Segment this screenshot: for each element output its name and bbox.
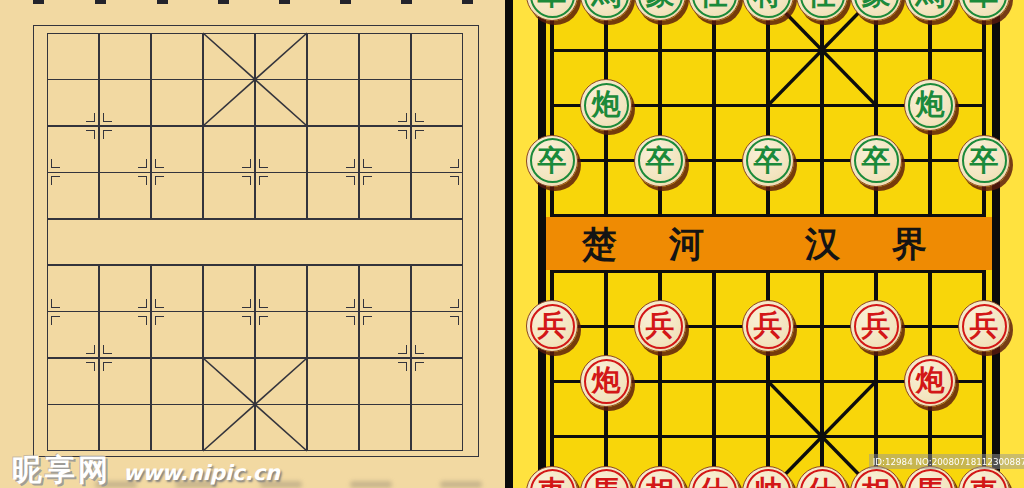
piece-glyph: 象 [635, 0, 685, 20]
piece-glyph: 象 [851, 0, 901, 20]
piece-glyph: 兵 [851, 301, 901, 351]
piece-glyph: 仕 [797, 467, 847, 488]
stock-image-canvas: 楚 河 汉 界 車馬象仕将仕象馬車炮炮卒卒卒卒卒兵兵兵兵兵炮炮車馬相仕帅仕相馬車… [0, 0, 1024, 488]
piece-glyph: 馬 [905, 0, 955, 20]
piece-glyph: 馬 [905, 467, 955, 488]
point-marker [396, 343, 426, 373]
piece-green-file1-row0[interactable]: 車 [526, 0, 578, 21]
piece-glyph: 卒 [851, 136, 901, 186]
point-marker [136, 157, 166, 187]
cropped-glyph-fragment [401, 0, 412, 4]
cropped-bottom-smudge [350, 481, 392, 488]
watermark-image-id: ID:12984 NO:20080718112300887838 [869, 454, 1024, 469]
piece-glyph: 卒 [635, 136, 685, 186]
board-line [712, 273, 716, 488]
point-marker [344, 297, 374, 327]
piece-glyph: 卒 [743, 136, 793, 186]
piece-green-file2-row0[interactable]: 馬 [580, 0, 632, 21]
point-marker [84, 343, 114, 373]
board-line [306, 264, 308, 451]
board-line [358, 33, 360, 220]
piece-glyph: 将 [743, 0, 793, 20]
piece-green-file4-row0[interactable]: 仕 [688, 0, 740, 21]
piece-red-file6-row9[interactable]: 仕 [796, 466, 848, 488]
piece-glyph: 車 [527, 467, 577, 488]
watermark-site-url: www.nipic.cn [123, 461, 280, 485]
point-marker [136, 297, 166, 327]
piece-red-file2-row7[interactable]: 炮 [580, 355, 632, 407]
board-line [254, 33, 256, 220]
piece-glyph: 帅 [743, 467, 793, 488]
piece-glyph: 兵 [635, 301, 685, 351]
piece-red-file5-row6[interactable]: 兵 [742, 300, 794, 352]
point-marker [448, 157, 478, 187]
piece-glyph: 車 [959, 467, 1009, 488]
piece-green-file7-row0[interactable]: 象 [850, 0, 902, 21]
board-line [820, 273, 824, 488]
piece-green-file3-row3[interactable]: 卒 [634, 135, 686, 187]
watermark-site-name: 昵享网 [12, 450, 111, 488]
piece-glyph: 炮 [905, 80, 955, 130]
piece-glyph: 兵 [959, 301, 1009, 351]
right-board-right-border [992, 0, 1000, 488]
cropped-glyph-fragment [33, 0, 44, 4]
piece-glyph: 兵 [527, 301, 577, 351]
piece-red-file1-row6[interactable]: 兵 [526, 300, 578, 352]
piece-glyph: 仕 [689, 0, 739, 20]
piece-red-file8-row7[interactable]: 炮 [904, 355, 956, 407]
point-marker [240, 157, 270, 187]
board-line [202, 264, 204, 451]
board-line [820, 0, 824, 214]
panel-divider [505, 0, 513, 488]
piece-glyph: 卒 [527, 136, 577, 186]
watermark-nipic: 昵享网 www.nipic.cn [12, 450, 280, 488]
piece-red-file2-row9[interactable]: 馬 [580, 466, 632, 488]
cropped-bottom-smudge [440, 481, 482, 488]
piece-glyph: 兵 [743, 301, 793, 351]
point-marker [396, 111, 426, 141]
piece-glyph: 相 [851, 467, 901, 488]
piece-glyph: 炮 [581, 356, 631, 406]
piece-glyph: 車 [959, 0, 1009, 20]
piece-green-file2-row2[interactable]: 炮 [580, 79, 632, 131]
point-marker [32, 157, 62, 187]
cropped-glyph-fragment [157, 0, 168, 4]
board-line [150, 33, 152, 220]
piece-red-file8-row9[interactable]: 馬 [904, 466, 956, 488]
piece-green-file9-row3[interactable]: 卒 [958, 135, 1010, 187]
board-line [202, 33, 204, 220]
board-line [358, 264, 360, 451]
point-marker [240, 297, 270, 327]
right-board-left-border [538, 0, 546, 488]
piece-red-file4-row9[interactable]: 仕 [688, 466, 740, 488]
piece-glyph: 車 [527, 0, 577, 20]
cropped-glyph-fragment [95, 0, 106, 4]
piece-green-file7-row3[interactable]: 卒 [850, 135, 902, 187]
cropped-glyph-fragment [279, 0, 290, 4]
river-band: 楚 河 汉 界 [546, 217, 992, 270]
board-line [254, 264, 256, 451]
piece-glyph: 炮 [581, 80, 631, 130]
piece-glyph: 馬 [581, 0, 631, 20]
piece-green-file1-row3[interactable]: 卒 [526, 135, 578, 187]
piece-green-file8-row2[interactable]: 炮 [904, 79, 956, 131]
board-line [712, 0, 716, 214]
piece-red-file9-row6[interactable]: 兵 [958, 300, 1010, 352]
piece-glyph: 仕 [797, 0, 847, 20]
piece-red-file5-row9[interactable]: 帅 [742, 466, 794, 488]
point-marker [84, 111, 114, 141]
point-marker [32, 297, 62, 327]
piece-red-file3-row6[interactable]: 兵 [634, 300, 686, 352]
cropped-glyph-fragment [462, 0, 473, 4]
river-label-chu-he: 楚 河 [546, 217, 760, 270]
cropped-glyph-fragment [218, 0, 229, 4]
piece-glyph: 相 [635, 467, 685, 488]
piece-red-file7-row9[interactable]: 相 [850, 466, 902, 488]
piece-green-file9-row0[interactable]: 車 [958, 0, 1010, 21]
piece-red-file9-row9[interactable]: 車 [958, 466, 1010, 488]
board-line [306, 33, 308, 220]
piece-green-file6-row0[interactable]: 仕 [796, 0, 848, 21]
board-line [150, 264, 152, 451]
river-label-han-jie: 汉 界 [760, 217, 992, 270]
piece-green-file3-row0[interactable]: 象 [634, 0, 686, 21]
piece-green-file8-row0[interactable]: 馬 [904, 0, 956, 21]
piece-glyph: 卒 [959, 136, 1009, 186]
board-line [550, 214, 986, 217]
piece-glyph: 馬 [581, 467, 631, 488]
piece-red-file1-row9[interactable]: 車 [526, 466, 578, 488]
piece-red-file3-row9[interactable]: 相 [634, 466, 686, 488]
piece-green-file5-row3[interactable]: 卒 [742, 135, 794, 187]
point-marker [448, 297, 478, 327]
cropped-glyph-fragment [340, 0, 351, 4]
piece-glyph: 仕 [689, 467, 739, 488]
piece-glyph: 炮 [905, 356, 955, 406]
point-marker [344, 157, 374, 187]
piece-green-file5-row0[interactable]: 将 [742, 0, 794, 21]
piece-red-file7-row6[interactable]: 兵 [850, 300, 902, 352]
